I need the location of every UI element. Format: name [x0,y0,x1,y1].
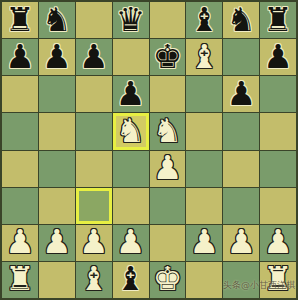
black-knight: ♞ [42,3,72,36]
square-h3[interactable] [260,188,296,224]
square-f6[interactable] [186,76,222,112]
black-pawn: ♟ [226,77,256,110]
square-d3[interactable] [113,188,149,224]
square-a4[interactable] [2,151,38,187]
white-bishop: ♝ [190,40,220,73]
square-h6[interactable] [260,76,296,112]
square-e6[interactable] [150,76,186,112]
square-a6[interactable] [2,76,38,112]
square-e7[interactable]: ♚ [150,39,186,75]
square-b2[interactable]: ♟ [39,225,75,261]
white-pawn: ♟ [263,225,293,258]
square-c5[interactable] [76,113,112,149]
square-a1[interactable]: ♜ [2,262,38,298]
square-f7[interactable]: ♝ [186,39,222,75]
square-a5[interactable] [2,113,38,149]
square-b8[interactable]: ♞ [39,2,75,38]
square-d5[interactable]: ♞ [113,113,149,149]
square-h4[interactable] [260,151,296,187]
square-e1[interactable]: ♚ [150,262,186,298]
square-c7[interactable]: ♟ [76,39,112,75]
square-h8[interactable]: ♜ [260,2,296,38]
square-f2[interactable]: ♟ [186,225,222,261]
square-e4[interactable]: ♟ [150,151,186,187]
white-pawn: ♟ [153,151,183,184]
square-c2[interactable]: ♟ [76,225,112,261]
white-rook: ♜ [5,262,35,295]
black-bishop: ♝ [116,262,146,295]
square-d8[interactable]: ♛ [113,2,149,38]
square-d2[interactable]: ♟ [113,225,149,261]
square-g5[interactable] [223,113,259,149]
black-bishop: ♝ [190,3,220,36]
white-knight: ♞ [153,114,183,147]
square-g1[interactable] [223,262,259,298]
square-b3[interactable] [39,188,75,224]
square-f1[interactable] [186,262,222,298]
square-h5[interactable] [260,113,296,149]
square-e8[interactable] [150,2,186,38]
square-e5[interactable]: ♞ [150,113,186,149]
square-e2[interactable] [150,225,186,261]
square-d6[interactable]: ♟ [113,76,149,112]
chess-board: ♜♞♛♝♞♜♟♟♟♚♝♟♟♟♞♞♟♟♟♟♟♟♟♟♜♝♝♚♜ [0,0,298,300]
white-pawn: ♟ [42,225,72,258]
white-pawn: ♟ [226,225,256,258]
square-b4[interactable] [39,151,75,187]
square-f5[interactable] [186,113,222,149]
black-king: ♚ [153,40,183,73]
white-pawn: ♟ [5,225,35,258]
square-g4[interactable] [223,151,259,187]
square-b6[interactable] [39,76,75,112]
black-rook: ♜ [263,3,293,36]
square-b5[interactable] [39,113,75,149]
black-rook: ♜ [5,3,35,36]
square-a2[interactable]: ♟ [2,225,38,261]
square-b1[interactable] [39,262,75,298]
square-d1[interactable]: ♝ [113,262,149,298]
black-pawn: ♟ [5,40,35,73]
square-c4[interactable] [76,151,112,187]
black-pawn: ♟ [116,77,146,110]
square-f3[interactable] [186,188,222,224]
square-g7[interactable] [223,39,259,75]
square-a7[interactable]: ♟ [2,39,38,75]
square-g2[interactable]: ♟ [223,225,259,261]
square-c6[interactable] [76,76,112,112]
square-h2[interactable]: ♟ [260,225,296,261]
square-f8[interactable]: ♝ [186,2,222,38]
square-h1[interactable]: ♜ [260,262,296,298]
square-c1[interactable]: ♝ [76,262,112,298]
square-b7[interactable]: ♟ [39,39,75,75]
square-h7[interactable]: ♟ [260,39,296,75]
black-knight: ♞ [226,3,256,36]
square-d4[interactable] [113,151,149,187]
square-a8[interactable]: ♜ [2,2,38,38]
white-bishop: ♝ [79,262,109,295]
white-pawn: ♟ [116,225,146,258]
square-g3[interactable] [223,188,259,224]
square-e3[interactable] [150,188,186,224]
black-pawn: ♟ [263,40,293,73]
black-queen: ♛ [116,3,146,36]
white-king: ♚ [153,262,183,295]
square-g8[interactable]: ♞ [223,2,259,38]
white-pawn: ♟ [79,225,109,258]
square-f4[interactable] [186,151,222,187]
square-g6[interactable]: ♟ [223,76,259,112]
black-pawn: ♟ [79,40,109,73]
white-rook: ♜ [263,262,293,295]
white-knight: ♞ [116,114,146,147]
white-pawn: ♟ [190,225,220,258]
square-c8[interactable] [76,2,112,38]
square-c3[interactable] [76,188,112,224]
square-d7[interactable] [113,39,149,75]
square-a3[interactable] [2,188,38,224]
black-pawn: ♟ [42,40,72,73]
chess-app: ♜♞♛♝♞♜♟♟♟♚♝♟♟♟♞♞♟♟♟♟♟♟♟♟♜♝♝♚♜ 头条@小甘西洋棋 [0,0,298,300]
